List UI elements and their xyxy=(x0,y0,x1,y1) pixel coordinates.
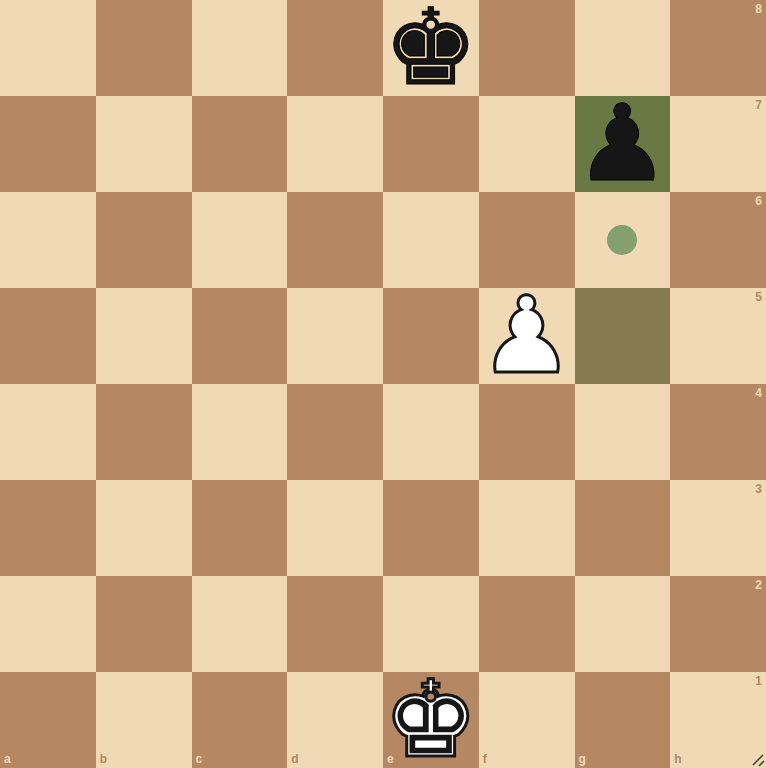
square-f5[interactable]: ♟ xyxy=(479,288,575,384)
square-b1[interactable]: b xyxy=(96,672,192,768)
square-f2[interactable] xyxy=(479,576,575,672)
square-g5[interactable] xyxy=(575,288,671,384)
board-resize-handle[interactable] xyxy=(749,751,765,767)
square-c2[interactable] xyxy=(192,576,288,672)
square-d6[interactable] xyxy=(287,192,383,288)
chess-board: ♚8♟76♟5432abcd♚efg1h xyxy=(0,0,766,768)
square-e5[interactable] xyxy=(383,288,479,384)
square-a8[interactable] xyxy=(0,0,96,96)
file-label-h: h xyxy=(674,753,681,765)
black-pawn[interactable]: ♟ xyxy=(575,96,670,192)
square-f4[interactable] xyxy=(479,384,575,480)
square-h7[interactable]: 7 xyxy=(670,96,766,192)
square-d8[interactable] xyxy=(287,0,383,96)
square-b5[interactable] xyxy=(96,288,192,384)
square-h3[interactable]: 3 xyxy=(670,480,766,576)
square-d3[interactable] xyxy=(287,480,383,576)
square-h6[interactable]: 6 xyxy=(670,192,766,288)
square-c4[interactable] xyxy=(192,384,288,480)
rank-label-5: 5 xyxy=(755,291,762,303)
square-b7[interactable] xyxy=(96,96,192,192)
file-label-g: g xyxy=(579,753,586,765)
file-label-f: f xyxy=(483,753,487,765)
square-g3[interactable] xyxy=(575,480,671,576)
square-a4[interactable] xyxy=(0,384,96,480)
square-e1[interactable]: ♚e xyxy=(383,672,479,768)
square-g1[interactable]: g xyxy=(575,672,671,768)
square-d7[interactable] xyxy=(287,96,383,192)
square-e3[interactable] xyxy=(383,480,479,576)
square-e7[interactable] xyxy=(383,96,479,192)
rank-label-4: 4 xyxy=(755,387,762,399)
square-c7[interactable] xyxy=(192,96,288,192)
white-king[interactable]: ♚ xyxy=(383,672,478,768)
square-b3[interactable] xyxy=(96,480,192,576)
square-c8[interactable] xyxy=(192,0,288,96)
square-f8[interactable] xyxy=(479,0,575,96)
file-label-c: c xyxy=(196,753,203,765)
square-f3[interactable] xyxy=(479,480,575,576)
square-b4[interactable] xyxy=(96,384,192,480)
square-a2[interactable] xyxy=(0,576,96,672)
square-h2[interactable]: 2 xyxy=(670,576,766,672)
file-label-b: b xyxy=(100,753,107,765)
square-d1[interactable]: d xyxy=(287,672,383,768)
square-a3[interactable] xyxy=(0,480,96,576)
move-dest-dot xyxy=(607,225,637,255)
rank-label-7: 7 xyxy=(755,99,762,111)
rank-label-3: 3 xyxy=(755,483,762,495)
square-h4[interactable]: 4 xyxy=(670,384,766,480)
square-a5[interactable] xyxy=(0,288,96,384)
square-b8[interactable] xyxy=(96,0,192,96)
square-h8[interactable]: 8 xyxy=(670,0,766,96)
square-b6[interactable] xyxy=(96,192,192,288)
file-label-a: a xyxy=(4,753,11,765)
rank-label-6: 6 xyxy=(755,195,762,207)
square-g7[interactable]: ♟ xyxy=(575,96,671,192)
square-a1[interactable]: a xyxy=(0,672,96,768)
square-c3[interactable] xyxy=(192,480,288,576)
square-c6[interactable] xyxy=(192,192,288,288)
square-d4[interactable] xyxy=(287,384,383,480)
square-d5[interactable] xyxy=(287,288,383,384)
rank-label-2: 2 xyxy=(755,579,762,591)
square-e4[interactable] xyxy=(383,384,479,480)
square-e6[interactable] xyxy=(383,192,479,288)
square-c1[interactable]: c xyxy=(192,672,288,768)
square-h5[interactable]: 5 xyxy=(670,288,766,384)
white-pawn[interactable]: ♟ xyxy=(479,288,574,384)
square-g6[interactable] xyxy=(575,192,671,288)
square-g2[interactable] xyxy=(575,576,671,672)
file-label-d: d xyxy=(291,753,298,765)
rank-label-8: 8 xyxy=(755,3,762,15)
square-d2[interactable] xyxy=(287,576,383,672)
square-a6[interactable] xyxy=(0,192,96,288)
black-king[interactable]: ♚ xyxy=(383,0,478,96)
square-f1[interactable]: f xyxy=(479,672,575,768)
square-c5[interactable] xyxy=(192,288,288,384)
rank-label-1: 1 xyxy=(755,675,762,687)
square-g4[interactable] xyxy=(575,384,671,480)
square-a7[interactable] xyxy=(0,96,96,192)
square-f7[interactable] xyxy=(479,96,575,192)
square-b2[interactable] xyxy=(96,576,192,672)
square-e8[interactable]: ♚ xyxy=(383,0,479,96)
